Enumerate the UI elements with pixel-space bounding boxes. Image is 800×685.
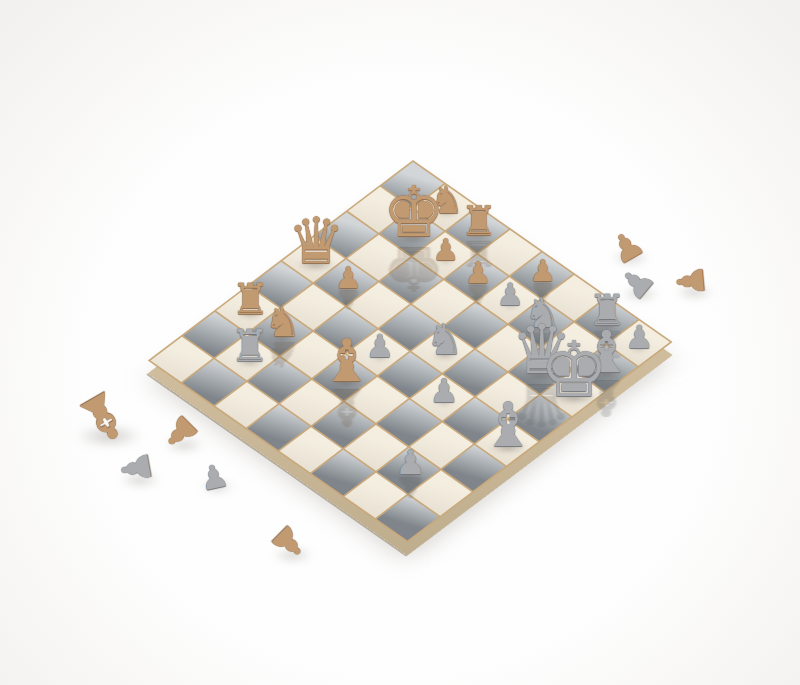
silver-rook-b2[interactable]: ♜ bbox=[230, 324, 269, 368]
captured-silver-pawn-left-1[interactable]: ♟ bbox=[114, 448, 157, 488]
product-photo-scene: ♞♜♜♟♟♜♜♟♚♚♟♟♟♟♞♞♝♝♛♛♚♛♟♟♞♟♟♝♜♞♞♝♝♜♟♟ ♝♟♟… bbox=[0, 0, 800, 685]
wood-pawn-d7[interactable]: ♟ bbox=[465, 258, 492, 288]
silver-bishop-h4[interactable]: ♝ bbox=[481, 394, 536, 455]
wood-knight-b3[interactable]: ♞ bbox=[264, 302, 301, 343]
silver-pawn-e7[interactable]: ♟ bbox=[496, 280, 524, 311]
silver-pawn-g2[interactable]: ♟ bbox=[395, 446, 425, 480]
wood-pawn-b5[interactable]: ♟ bbox=[335, 263, 362, 293]
wood-pawn-e8[interactable]: ♟ bbox=[530, 256, 557, 286]
wood-bishop-d3[interactable]: ♝ bbox=[320, 331, 373, 390]
captured-wood-pawn-right-2[interactable]: ♟ bbox=[672, 263, 711, 298]
wood-rook-c8[interactable]: ♜ bbox=[460, 201, 497, 242]
silver-king-h6[interactable]: ♚ bbox=[539, 330, 608, 407]
silver-pawn-f4[interactable]: ♟ bbox=[429, 375, 459, 408]
wood-pawn-c7[interactable]: ♟ bbox=[433, 235, 460, 265]
silver-knight-e5[interactable]: ♞ bbox=[426, 319, 464, 361]
